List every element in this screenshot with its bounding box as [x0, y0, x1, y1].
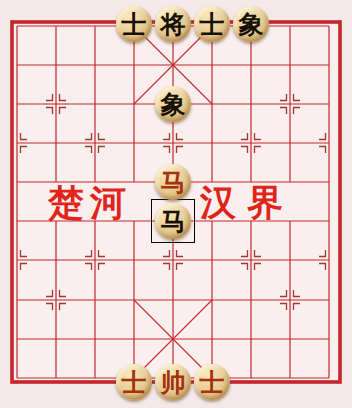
piece-e1[interactable]: 帅 — [155, 364, 191, 400]
piece-e8[interactable]: 象 — [155, 86, 191, 122]
piece-e10[interactable]: 将 — [155, 6, 191, 42]
piece-e6[interactable]: 马 — [155, 164, 191, 200]
river-label-han-jie: 汉界 — [200, 184, 294, 220]
piece-g10[interactable]: 象 — [233, 6, 269, 42]
piece-e5[interactable]: 马 — [155, 203, 191, 239]
xiangqi-board[interactable]: 楚河 汉界 士将士象象马马士帅士 — [0, 0, 352, 408]
river-label-chu-he: 楚河 — [48, 184, 132, 220]
piece-d10[interactable]: 士 — [116, 6, 152, 42]
piece-f10[interactable]: 士 — [194, 6, 230, 42]
piece-f1[interactable]: 士 — [194, 364, 230, 400]
piece-d1[interactable]: 士 — [116, 364, 152, 400]
